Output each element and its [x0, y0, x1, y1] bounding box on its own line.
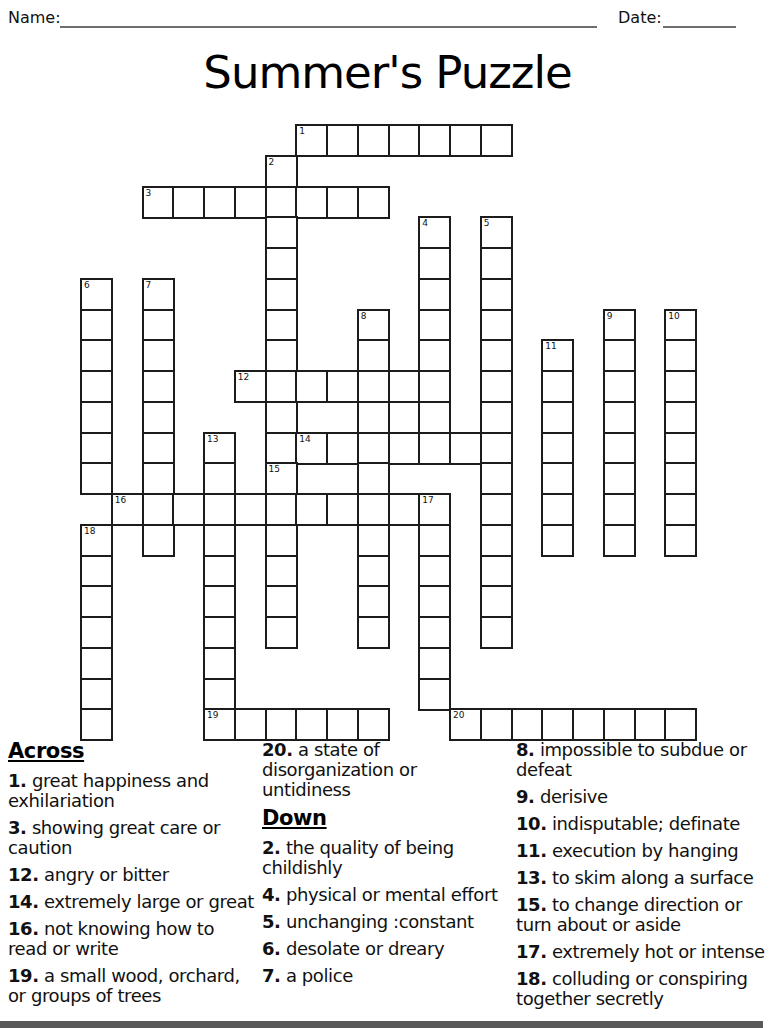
clue-19: 19. a small wood, orchard, or groups of … [8, 966, 258, 1006]
grid-cell-r8c11[interactable] [418, 370, 451, 403]
grid-cell-r2c3[interactable] [172, 186, 205, 219]
grid-cell-r7c9[interactable] [357, 339, 390, 372]
grid-cell-r6c13[interactable] [480, 309, 513, 342]
grid-cell-r9c11[interactable] [418, 401, 451, 434]
grid-cell-r11c19[interactable] [664, 462, 697, 495]
grid-cell-r7c6[interactable] [265, 339, 298, 372]
clue-number-9: 9 [607, 311, 613, 322]
clue-12: 12. angry or bitter [8, 865, 258, 885]
clue-number-8: 8 [361, 311, 367, 322]
grid-cell-r6c19[interactable]: 10 [664, 309, 697, 342]
clue-number-14: 14 [299, 434, 310, 445]
grid-cell-r8c15[interactable] [541, 370, 574, 403]
grid-cell-r2c4[interactable] [203, 186, 236, 219]
clue-number-4: 4 [422, 218, 428, 229]
grid-cell-r13c11[interactable] [418, 524, 451, 557]
clue-number-7: 7 [146, 280, 152, 291]
grid-cell-r9c19[interactable] [664, 401, 697, 434]
grid-cell-r13c17[interactable] [603, 524, 636, 557]
grid-cell-r11c17[interactable] [603, 462, 636, 495]
grid-cell-r14c0[interactable] [80, 555, 113, 588]
grid-cell-r14c9[interactable] [357, 555, 390, 588]
grid-cell-r19c6[interactable] [265, 708, 298, 741]
grid-cell-r7c2[interactable] [142, 339, 175, 372]
clue-20: 20. a state of disorganization or untidi… [262, 740, 502, 800]
grid-cell-r7c13[interactable] [480, 339, 513, 372]
grid-cell-r10c13[interactable] [480, 432, 513, 465]
crossword-grid: 1234567891011121314151617181920 [80, 124, 730, 774]
grid-cell-r9c0[interactable] [80, 401, 113, 434]
clue-10: 10. indisputable; definate [516, 814, 774, 834]
clue-7: 7. a police [262, 966, 502, 986]
grid-cell-r10c0[interactable] [80, 432, 113, 465]
grid-cell-r7c17[interactable] [603, 339, 636, 372]
grid-cell-r7c19[interactable] [664, 339, 697, 372]
grid-cell-r4c11[interactable] [418, 247, 451, 280]
name-blank-line[interactable] [60, 25, 597, 28]
grid-cell-r14c4[interactable] [203, 555, 236, 588]
grid-cell-r16c11[interactable] [418, 616, 451, 649]
grid-cell-r6c0[interactable] [80, 309, 113, 342]
grid-cell-r14c6[interactable] [265, 555, 298, 588]
clue-15: 15. to change direction or turn about or… [516, 895, 774, 935]
grid-cell-r17c0[interactable] [80, 647, 113, 680]
grid-cell-r8c19[interactable] [664, 370, 697, 403]
grid-cell-r19c15[interactable] [541, 708, 574, 741]
grid-cell-r7c0[interactable] [80, 339, 113, 372]
grid-cell-r6c11[interactable] [418, 309, 451, 342]
grid-cell-r3c13[interactable]: 5 [480, 216, 513, 249]
clue-17: 17. extremely hot or intense [516, 942, 774, 962]
clue-number-3: 3 [146, 188, 152, 199]
clue-number-6: 6 [84, 280, 90, 291]
grid-cell-r6c17[interactable]: 9 [603, 309, 636, 342]
grid-cell-r12c6[interactable] [265, 493, 298, 526]
grid-cell-r12c11[interactable]: 17 [418, 493, 451, 526]
grid-cell-r6c9[interactable]: 8 [357, 309, 390, 342]
grid-cell-r16c13[interactable] [480, 616, 513, 649]
grid-cell-r10c10[interactable] [388, 432, 421, 465]
clue-2: 2. the quality of being childishly [262, 838, 502, 878]
grid-cell-r8c8[interactable] [326, 370, 359, 403]
grid-cell-r0c13[interactable] [480, 124, 513, 157]
grid-cell-r2c7[interactable] [295, 186, 328, 219]
grid-cell-r4c6[interactable] [265, 247, 298, 280]
grid-cell-r7c11[interactable] [418, 339, 451, 372]
clue-18: 18. colluding or conspiring together sec… [516, 969, 774, 1009]
clues-section-header-across: Across [8, 740, 258, 763]
grid-cell-r12c4[interactable] [203, 493, 236, 526]
clue-16: 16. not knowing how to read or write [8, 919, 258, 959]
clue-13: 13. to skim along a surface [516, 868, 774, 888]
grid-cell-r12c10[interactable] [388, 493, 421, 526]
clue-number-11: 11 [545, 341, 556, 352]
clue-8: 8. impossible to subdue or defeat [516, 740, 774, 780]
grid-cell-r8c0[interactable] [80, 370, 113, 403]
grid-cell-r10c6[interactable] [265, 432, 298, 465]
clue-3: 3. showing great care or caution [8, 818, 258, 858]
grid-cell-r18c4[interactable] [203, 678, 236, 711]
grid-cell-r1c6[interactable]: 2 [265, 155, 298, 188]
grid-cell-r8c9[interactable] [357, 370, 390, 403]
grid-cell-r5c11[interactable] [418, 278, 451, 311]
grid-cell-r8c7[interactable] [295, 370, 328, 403]
grid-cell-r10c9[interactable] [357, 432, 390, 465]
grid-cell-r16c0[interactable] [80, 616, 113, 649]
grid-cell-r0c12[interactable] [449, 124, 482, 157]
grid-cell-r0c7[interactable]: 1 [295, 124, 328, 157]
grid-cell-r12c1[interactable]: 16 [111, 493, 144, 526]
grid-cell-r8c13[interactable] [480, 370, 513, 403]
grid-cell-r8c10[interactable] [388, 370, 421, 403]
grid-cell-r11c13[interactable] [480, 462, 513, 495]
grid-cell-r19c4[interactable]: 19 [203, 708, 236, 741]
clue-column-down: 8. impossible to subdue or defeat9. deri… [516, 740, 774, 1016]
grid-cell-r13c19[interactable] [664, 524, 697, 557]
grid-cell-r16c6[interactable] [265, 616, 298, 649]
bottom-page-bar [0, 1021, 763, 1028]
clue-number-13: 13 [207, 434, 218, 445]
grid-cell-r19c8[interactable] [326, 708, 359, 741]
grid-cell-r12c15[interactable] [541, 493, 574, 526]
grid-cell-r8c2[interactable] [142, 370, 175, 403]
grid-cell-r12c3[interactable] [172, 493, 205, 526]
grid-cell-r12c5[interactable] [234, 493, 267, 526]
grid-cell-r11c9[interactable] [357, 462, 390, 495]
grid-cell-r0c10[interactable] [388, 124, 421, 157]
grid-cell-r14c13[interactable] [480, 555, 513, 588]
grid-cell-r13c6[interactable] [265, 524, 298, 557]
clue-11: 11. execution by hanging [516, 841, 774, 861]
grid-cell-r19c14[interactable] [511, 708, 544, 741]
grid-cell-r19c16[interactable] [572, 708, 605, 741]
clue-1: 1. great happiness and exhilariation [8, 771, 258, 811]
grid-cell-r10c2[interactable] [142, 432, 175, 465]
grid-cell-r12c9[interactable] [357, 493, 390, 526]
grid-cell-r4c13[interactable] [480, 247, 513, 280]
grid-cell-r19c7[interactable] [295, 708, 328, 741]
clue-number-20: 20 [453, 710, 464, 721]
grid-cell-r2c8[interactable] [326, 186, 359, 219]
grid-cell-r2c6[interactable] [265, 186, 298, 219]
clue-number-10: 10 [668, 311, 679, 322]
grid-cell-r19c17[interactable] [603, 708, 636, 741]
clue-number-1: 1 [299, 126, 305, 137]
grid-cell-r3c6[interactable] [265, 216, 298, 249]
grid-cell-r15c11[interactable] [418, 585, 451, 618]
grid-cell-r9c13[interactable] [480, 401, 513, 434]
grid-cell-r5c6[interactable] [265, 278, 298, 311]
grid-cell-r12c8[interactable] [326, 493, 359, 526]
grid-cell-r0c11[interactable] [418, 124, 451, 157]
grid-cell-r19c9[interactable] [357, 708, 390, 741]
grid-cell-r10c11[interactable] [418, 432, 451, 465]
grid-cell-r17c4[interactable] [203, 647, 236, 680]
grid-cell-r15c13[interactable] [480, 585, 513, 618]
grid-cell-r15c0[interactable] [80, 585, 113, 618]
grid-cell-r10c12[interactable] [449, 432, 482, 465]
grid-cell-r13c13[interactable] [480, 524, 513, 557]
grid-cell-r11c2[interactable] [142, 462, 175, 495]
grid-cell-r11c15[interactable] [541, 462, 574, 495]
grid-cell-r12c13[interactable] [480, 493, 513, 526]
grid-cell-r16c4[interactable] [203, 616, 236, 649]
grid-cell-r10c4[interactable]: 13 [203, 432, 236, 465]
grid-cell-r15c4[interactable] [203, 585, 236, 618]
grid-cell-r13c2[interactable] [142, 524, 175, 557]
puzzle-title: Summer's Puzzle [0, 46, 775, 99]
grid-cell-r10c15[interactable] [541, 432, 574, 465]
grid-cell-r5c13[interactable] [480, 278, 513, 311]
grid-cell-r12c2[interactable] [142, 493, 175, 526]
grid-cell-r8c5[interactable]: 12 [234, 370, 267, 403]
clue-9: 9. derisive [516, 787, 774, 807]
grid-cell-r15c9[interactable] [357, 585, 390, 618]
grid-cell-r13c0[interactable]: 18 [80, 524, 113, 557]
grid-cell-r13c4[interactable] [203, 524, 236, 557]
grid-cell-r17c11[interactable] [418, 647, 451, 680]
grid-cell-r9c15[interactable] [541, 401, 574, 434]
grid-cell-r19c19[interactable] [664, 708, 697, 741]
grid-cell-r19c0[interactable] [80, 708, 113, 741]
grid-cell-r5c0[interactable]: 6 [80, 278, 113, 311]
clues-section-header-down: Down [262, 807, 502, 830]
grid-cell-r18c11[interactable] [418, 678, 451, 711]
grid-cell-r13c15[interactable] [541, 524, 574, 557]
grid-cell-r6c2[interactable] [142, 309, 175, 342]
date-blank-line[interactable] [663, 25, 736, 28]
grid-cell-r11c6[interactable]: 15 [265, 462, 298, 495]
grid-cell-r10c19[interactable] [664, 432, 697, 465]
clue-number-5: 5 [484, 218, 490, 229]
grid-cell-r7c15[interactable]: 11 [541, 339, 574, 372]
grid-cell-r19c12[interactable]: 20 [449, 708, 482, 741]
grid-cell-r2c5[interactable] [234, 186, 267, 219]
clue-number-2: 2 [269, 157, 275, 168]
grid-cell-r19c5[interactable] [234, 708, 267, 741]
grid-cell-r11c0[interactable] [80, 462, 113, 495]
clue-column-middle: 20. a state of disorganization or untidi… [262, 740, 502, 993]
grid-cell-r12c17[interactable] [603, 493, 636, 526]
grid-cell-r5c2[interactable]: 7 [142, 278, 175, 311]
grid-cell-r8c6[interactable] [265, 370, 298, 403]
grid-cell-r10c7[interactable]: 14 [295, 432, 328, 465]
grid-cell-r9c6[interactable] [265, 401, 298, 434]
clue-number-16: 16 [115, 495, 126, 506]
grid-cell-r15c6[interactable] [265, 585, 298, 618]
grid-cell-r12c19[interactable] [664, 493, 697, 526]
grid-cell-r19c13[interactable] [480, 708, 513, 741]
grid-cell-r9c2[interactable] [142, 401, 175, 434]
grid-cell-r9c17[interactable] [603, 401, 636, 434]
clue-4: 4. physical or mental effort [262, 885, 502, 905]
clue-14: 14. extremely large or great [8, 892, 258, 912]
grid-cell-r8c17[interactable] [603, 370, 636, 403]
grid-cell-r16c9[interactable] [357, 616, 390, 649]
grid-cell-r2c9[interactable] [357, 186, 390, 219]
clue-6: 6. desolate or dreary [262, 939, 502, 959]
grid-cell-r6c6[interactable] [265, 309, 298, 342]
grid-cell-r9c9[interactable] [357, 401, 390, 434]
clue-number-12: 12 [238, 372, 249, 383]
grid-cell-r2c2[interactable]: 3 [142, 186, 175, 219]
grid-cell-r19c18[interactable] [634, 708, 667, 741]
grid-cell-r12c7[interactable] [295, 493, 328, 526]
grid-cell-r10c17[interactable] [603, 432, 636, 465]
clue-column-across: Across1. great happiness and exhilariati… [8, 740, 258, 1013]
name-label: Name: [8, 8, 61, 27]
clue-number-19: 19 [207, 710, 218, 721]
grid-cell-r0c9[interactable] [357, 124, 390, 157]
grid-cell-r10c8[interactable] [326, 432, 359, 465]
clue-number-17: 17 [422, 495, 433, 506]
grid-cell-r13c9[interactable] [357, 524, 390, 557]
clue-number-15: 15 [269, 464, 280, 475]
grid-cell-r0c8[interactable] [326, 124, 359, 157]
grid-cell-r3c11[interactable]: 4 [418, 216, 451, 249]
clue-5: 5. unchanging :constant [262, 912, 502, 932]
clue-number-18: 18 [84, 526, 95, 537]
grid-cell-r14c11[interactable] [418, 555, 451, 588]
grid-cell-r11c4[interactable] [203, 462, 236, 495]
crossword-worksheet: { "header": { "name_label": "Name:", "da… [0, 0, 775, 1028]
date-label: Date: [618, 8, 662, 27]
grid-cell-r18c0[interactable] [80, 678, 113, 711]
